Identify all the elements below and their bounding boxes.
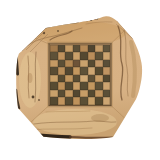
knot-top-2: [57, 30, 59, 32]
square-f8[interactable]: [88, 45, 96, 53]
square-c3[interactable]: [65, 82, 73, 90]
square-g3[interactable]: [95, 82, 103, 90]
square-b5[interactable]: [58, 67, 66, 75]
square-f6[interactable]: [88, 60, 96, 68]
square-a3[interactable]: [50, 82, 58, 90]
square-f4[interactable]: [88, 75, 96, 83]
square-a5[interactable]: [50, 67, 58, 75]
chess-board[interactable]: [50, 45, 110, 105]
square-e4[interactable]: [80, 75, 88, 83]
square-g5[interactable]: [95, 67, 103, 75]
bark-nub-top-6: [96, 17, 98, 19]
square-c6[interactable]: [65, 60, 73, 68]
square-e3[interactable]: [80, 82, 88, 90]
square-h7[interactable]: [103, 52, 111, 60]
bark-nub-top-5: [90, 18, 93, 21]
bark-nub-top-4: [86, 19, 88, 21]
bark-nub-left-2: [13, 62, 15, 64]
square-d3[interactable]: [73, 82, 81, 90]
bark-nub-left-1: [13, 54, 16, 57]
square-b6[interactable]: [58, 60, 66, 68]
square-a8[interactable]: [50, 45, 58, 53]
square-b8[interactable]: [58, 45, 66, 53]
bark-nub-top-7: [94, 18, 96, 20]
square-c5[interactable]: [65, 67, 73, 75]
square-c7[interactable]: [65, 52, 73, 60]
square-g7[interactable]: [95, 52, 103, 60]
square-d6[interactable]: [73, 60, 81, 68]
square-c8[interactable]: [65, 45, 73, 53]
square-h5[interactable]: [103, 67, 111, 75]
bark-left-1: [16, 50, 18, 74]
square-g2[interactable]: [95, 90, 103, 98]
square-f7[interactable]: [88, 52, 96, 60]
square-g1[interactable]: [95, 97, 103, 105]
grain-left-blotch: [28, 73, 33, 83]
square-e5[interactable]: [80, 67, 88, 75]
square-d4[interactable]: [73, 75, 81, 83]
board-side-shadow-right: [70, 137, 112, 138]
square-h6[interactable]: [103, 60, 111, 68]
square-b2[interactable]: [58, 90, 66, 98]
knot-left-2: [38, 99, 40, 101]
square-g8[interactable]: [95, 45, 103, 53]
square-h1[interactable]: [103, 97, 111, 105]
square-d5[interactable]: [73, 67, 81, 75]
square-f2[interactable]: [88, 90, 96, 98]
square-b4[interactable]: [58, 75, 66, 83]
grain-bottom-patch: [91, 114, 109, 122]
bark-nub-top-1: [50, 24, 52, 26]
square-d1[interactable]: [73, 97, 81, 105]
square-c2[interactable]: [65, 90, 73, 98]
square-a6[interactable]: [50, 60, 58, 68]
square-b7[interactable]: [58, 52, 66, 60]
bark-nub-top-3: [68, 21, 70, 23]
square-a4[interactable]: [50, 75, 58, 83]
photo-canvas: [0, 0, 160, 160]
square-b1[interactable]: [58, 97, 66, 105]
knot-left-1: [32, 96, 35, 99]
grain-left-2: [35, 52, 36, 102]
square-a2[interactable]: [50, 90, 58, 98]
square-e2[interactable]: [80, 90, 88, 98]
square-d8[interactable]: [73, 45, 81, 53]
square-h8[interactable]: [103, 45, 111, 53]
square-d2[interactable]: [73, 90, 81, 98]
square-e8[interactable]: [80, 45, 88, 53]
square-g6[interactable]: [95, 60, 103, 68]
square-b3[interactable]: [58, 82, 66, 90]
square-e1[interactable]: [80, 97, 88, 105]
frame-tone-top: [34, 21, 126, 45]
square-h2[interactable]: [103, 90, 111, 98]
square-e7[interactable]: [80, 52, 88, 60]
square-h3[interactable]: [103, 82, 111, 90]
square-f5[interactable]: [88, 67, 96, 75]
square-c4[interactable]: [65, 75, 73, 83]
bark-nub-left-3: [14, 69, 16, 71]
square-a7[interactable]: [50, 52, 58, 60]
square-h4[interactable]: [103, 75, 111, 83]
square-e6[interactable]: [80, 60, 88, 68]
square-d7[interactable]: [73, 52, 81, 60]
square-g4[interactable]: [95, 75, 103, 83]
square-c1[interactable]: [65, 97, 73, 105]
bark-nub-top-2: [58, 23, 60, 25]
square-f3[interactable]: [88, 82, 96, 90]
square-a1[interactable]: [50, 97, 58, 105]
square-f1[interactable]: [88, 97, 96, 105]
